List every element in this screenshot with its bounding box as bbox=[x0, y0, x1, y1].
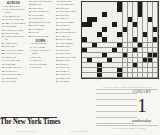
grid-cell[interactable] bbox=[87, 48, 92, 53]
grid-cell[interactable] bbox=[128, 27, 133, 32]
grid-cell[interactable] bbox=[102, 7, 107, 12]
grid-cell[interactable] bbox=[138, 73, 143, 78]
grid-cell[interactable] bbox=[112, 7, 117, 12]
black-cell bbox=[143, 32, 148, 37]
grid-cell[interactable] bbox=[148, 73, 153, 78]
grid-cell[interactable] bbox=[87, 63, 92, 68]
grid-cell[interactable] bbox=[138, 27, 143, 32]
calendar-day-number: 1 bbox=[132, 95, 152, 117]
grid-cell[interactable] bbox=[148, 63, 153, 68]
grid-cell[interactable] bbox=[133, 2, 138, 7]
grid-cell[interactable] bbox=[143, 22, 148, 27]
black-cell bbox=[102, 53, 107, 58]
black-cell bbox=[148, 58, 153, 63]
grid-cell[interactable] bbox=[143, 2, 148, 7]
black-cell bbox=[133, 37, 138, 42]
clue-column-across-1: ACROSS1Sorem ta blues5Tde soths on trehs… bbox=[1, 1, 26, 117]
grid-cell[interactable] bbox=[143, 27, 148, 32]
grid-cell[interactable] bbox=[143, 63, 148, 68]
black-cell bbox=[138, 12, 143, 17]
grid-cell[interactable] bbox=[143, 43, 148, 48]
grid-cell[interactable] bbox=[87, 43, 92, 48]
grid-cell[interactable] bbox=[128, 63, 133, 68]
grid-cell[interactable] bbox=[97, 53, 102, 58]
calendar-weekday: wednesday bbox=[128, 118, 155, 123]
grid-cell[interactable] bbox=[112, 43, 117, 48]
black-cell bbox=[92, 17, 97, 22]
grid-cell[interactable] bbox=[92, 63, 97, 68]
grid-cell[interactable] bbox=[87, 32, 92, 37]
grid-cell[interactable] bbox=[133, 7, 138, 12]
grid-cell[interactable] bbox=[133, 17, 138, 22]
grid-cell[interactable] bbox=[123, 48, 128, 53]
grid-cell[interactable] bbox=[102, 43, 107, 48]
grid-cell[interactable] bbox=[138, 63, 143, 68]
black-cell bbox=[117, 32, 122, 37]
grid-cell[interactable] bbox=[148, 12, 153, 17]
black-cell bbox=[112, 22, 117, 27]
grid-cell[interactable] bbox=[112, 12, 117, 17]
grid-cell[interactable] bbox=[97, 12, 102, 17]
calendar-footer-fineprint: © EHT WEN KROY SEMIT YNAPMOC bbox=[98, 127, 158, 129]
grid-cell[interactable] bbox=[148, 68, 153, 73]
grid-cell[interactable] bbox=[107, 68, 112, 73]
clue-number: 56 bbox=[55, 81, 58, 84]
grid-cell[interactable] bbox=[153, 68, 158, 73]
clue-column-across-down: 44Nsoret laviem ondre46Imlse oth48Baren … bbox=[28, 1, 53, 117]
grid-cell[interactable] bbox=[143, 12, 148, 17]
grid-cell[interactable] bbox=[128, 2, 133, 7]
grid-cell[interactable] bbox=[148, 27, 153, 32]
grid-cell[interactable] bbox=[133, 53, 138, 58]
grid-cell[interactable] bbox=[92, 2, 97, 7]
grid-cell[interactable] bbox=[82, 7, 87, 12]
grid-cell[interactable] bbox=[92, 58, 97, 63]
grid-cell[interactable] bbox=[143, 37, 148, 42]
grid-cell[interactable] bbox=[133, 12, 138, 17]
black-cell bbox=[82, 48, 87, 53]
black-cell bbox=[153, 53, 158, 58]
grid-cell[interactable] bbox=[148, 2, 153, 7]
grid-cell[interactable] bbox=[92, 32, 97, 37]
clue-item: 43Tiles renka bbox=[1, 81, 26, 84]
grid-cell[interactable] bbox=[97, 58, 102, 63]
grid-cell[interactable] bbox=[133, 43, 138, 48]
grid-cell[interactable] bbox=[128, 37, 133, 42]
black-cell bbox=[153, 27, 158, 32]
black-cell bbox=[87, 22, 92, 27]
grid-cell[interactable] bbox=[117, 37, 122, 42]
grid-cell[interactable] bbox=[82, 12, 87, 17]
grid-cell[interactable] bbox=[123, 17, 128, 22]
black-cell bbox=[112, 48, 117, 53]
black-cell bbox=[87, 58, 92, 63]
grid-cell[interactable] bbox=[143, 68, 148, 73]
grid-cell[interactable] bbox=[107, 48, 112, 53]
calendar-ruled-line bbox=[96, 105, 137, 106]
grid-cell[interactable] bbox=[143, 53, 148, 58]
grid-cell[interactable] bbox=[112, 32, 117, 37]
grid-cell[interactable] bbox=[87, 68, 92, 73]
grid-cell[interactable] bbox=[112, 53, 117, 58]
calendar-month: JANUARY bbox=[130, 90, 154, 94]
grid-cell[interactable] bbox=[128, 43, 133, 48]
grid-cell[interactable] bbox=[102, 2, 107, 7]
grid-cell[interactable] bbox=[97, 2, 102, 7]
grid-cell[interactable] bbox=[87, 12, 92, 17]
grid-cell[interactable] bbox=[128, 73, 133, 78]
grid-cell[interactable] bbox=[117, 27, 122, 32]
grid-cell[interactable] bbox=[148, 43, 153, 48]
grid-cell[interactable] bbox=[87, 7, 92, 12]
grid-cell[interactable] bbox=[92, 68, 97, 73]
black-cell bbox=[117, 68, 122, 73]
grid-cell[interactable] bbox=[123, 63, 128, 68]
grid-cell[interactable] bbox=[117, 53, 122, 58]
grid-cell[interactable] bbox=[117, 17, 122, 22]
black-cell bbox=[97, 32, 102, 37]
black-cell bbox=[123, 53, 128, 58]
grid-cell[interactable] bbox=[102, 73, 107, 78]
grid-cell[interactable] bbox=[128, 12, 133, 17]
grid-cell[interactable] bbox=[92, 12, 97, 17]
grid-cell[interactable] bbox=[92, 53, 97, 58]
grid-cell[interactable] bbox=[117, 58, 122, 63]
grid-cell[interactable] bbox=[138, 53, 143, 58]
black-cell bbox=[138, 43, 143, 48]
grid-cell[interactable] bbox=[87, 53, 92, 58]
clue-text: Groth ave nilem bbox=[32, 36, 53, 39]
grid-cell[interactable] bbox=[117, 48, 122, 53]
nyt-logo: The New York Times bbox=[0, 118, 55, 126]
clue-item: 62Groth ave nilem bbox=[28, 36, 53, 39]
grid-cell[interactable] bbox=[153, 48, 158, 53]
clue-number: 43 bbox=[1, 81, 4, 84]
grid-cell[interactable] bbox=[153, 17, 158, 22]
grid-cell[interactable] bbox=[133, 32, 138, 37]
calendar-header-fineprint: TRE WEN KROY SEMIT SSORCWORD ELZZUP bbox=[96, 86, 158, 88]
grid-cell[interactable] bbox=[97, 22, 102, 27]
grid-cell[interactable] bbox=[107, 37, 112, 42]
grid-cell[interactable] bbox=[138, 22, 143, 27]
grid-cell[interactable] bbox=[92, 7, 97, 12]
grid-cell[interactable] bbox=[153, 32, 158, 37]
grid-cell[interactable] bbox=[123, 58, 128, 63]
grid-cell[interactable] bbox=[123, 73, 128, 78]
grid-cell[interactable] bbox=[97, 17, 102, 22]
grid-cell[interactable] bbox=[153, 58, 158, 63]
grid-cell[interactable] bbox=[112, 63, 117, 68]
black-cell bbox=[97, 68, 102, 73]
grid-cell[interactable] bbox=[148, 22, 153, 27]
grid-cell[interactable] bbox=[92, 37, 97, 42]
black-cell bbox=[102, 37, 107, 42]
grid-cell[interactable] bbox=[123, 2, 128, 7]
grid-cell[interactable] bbox=[123, 32, 128, 37]
grid-cell[interactable] bbox=[97, 27, 102, 32]
grid-cell[interactable] bbox=[102, 32, 107, 37]
grid-cell[interactable] bbox=[153, 22, 158, 27]
black-cell bbox=[97, 73, 102, 78]
grid-cell[interactable] bbox=[117, 63, 122, 68]
black-cell bbox=[148, 17, 153, 22]
grid-cell[interactable] bbox=[92, 73, 97, 78]
grid-cell[interactable] bbox=[82, 2, 87, 7]
grid-cell[interactable] bbox=[107, 32, 112, 37]
grid-cell[interactable] bbox=[112, 58, 117, 63]
grid-cell[interactable] bbox=[128, 32, 133, 37]
grid-cell[interactable] bbox=[153, 2, 158, 7]
grid-cell[interactable] bbox=[102, 22, 107, 27]
black-cell bbox=[82, 37, 87, 42]
black-cell bbox=[82, 22, 87, 27]
grid-cell[interactable] bbox=[128, 53, 133, 58]
grid-cell[interactable] bbox=[112, 27, 117, 32]
grid-cell[interactable] bbox=[143, 73, 148, 78]
grid-cell[interactable] bbox=[138, 17, 143, 22]
black-cell bbox=[133, 63, 138, 68]
grid-cell[interactable] bbox=[82, 68, 87, 73]
grid-cell[interactable] bbox=[128, 58, 133, 63]
black-cell bbox=[133, 48, 138, 53]
grid-cell[interactable] bbox=[82, 58, 87, 63]
grid-cell[interactable] bbox=[153, 63, 158, 68]
black-cell bbox=[153, 37, 158, 42]
clue-text: Sorth eln bbox=[32, 67, 53, 70]
grid-cell[interactable] bbox=[123, 22, 128, 27]
page-footer-fineprint: detide yb lliw ztrohs bbox=[50, 130, 108, 132]
black-cell bbox=[123, 27, 128, 32]
grid-cell[interactable] bbox=[123, 12, 128, 17]
grid-cell[interactable] bbox=[87, 73, 92, 78]
grid-cell[interactable] bbox=[117, 12, 122, 17]
grid-cell[interactable] bbox=[143, 48, 148, 53]
black-cell bbox=[117, 43, 122, 48]
grid-cell[interactable] bbox=[112, 73, 117, 78]
grid-cell[interactable] bbox=[107, 63, 112, 68]
grid-cell[interactable] bbox=[123, 7, 128, 12]
grid-cell[interactable] bbox=[133, 27, 138, 32]
under-logo-fineprint: sselnu esiwrehto deton bbox=[4, 130, 48, 132]
grid-cell[interactable] bbox=[92, 27, 97, 32]
grid-cell[interactable] bbox=[107, 73, 112, 78]
grid-cell[interactable] bbox=[102, 17, 107, 22]
grid-cell[interactable] bbox=[123, 68, 128, 73]
calendar-ruled-line bbox=[96, 111, 137, 112]
black-cell bbox=[117, 73, 122, 78]
grid-cell[interactable] bbox=[138, 37, 143, 42]
grid-cell[interactable] bbox=[97, 43, 102, 48]
black-cell bbox=[128, 17, 133, 22]
grid-cell[interactable] bbox=[153, 73, 158, 78]
clue-item: 56Aldi morse bbox=[55, 81, 80, 84]
clue-column-down-2: 8Dasen orlim9Yerta mos ndel10Blein sart1… bbox=[55, 1, 80, 130]
grid-cell[interactable] bbox=[133, 68, 138, 73]
grid-cell[interactable] bbox=[82, 27, 87, 32]
grid-cell[interactable] bbox=[138, 68, 143, 73]
black-cell bbox=[138, 2, 143, 7]
black-cell bbox=[138, 7, 143, 12]
black-cell bbox=[97, 63, 102, 68]
grid-cell[interactable] bbox=[148, 7, 153, 12]
grid-cell[interactable] bbox=[107, 17, 112, 22]
grid-cell[interactable] bbox=[148, 32, 153, 37]
grid-cell[interactable] bbox=[133, 73, 138, 78]
grid-cell[interactable] bbox=[82, 43, 87, 48]
grid-cell[interactable] bbox=[82, 73, 87, 78]
grid-cell[interactable] bbox=[128, 22, 133, 27]
clue-number: 7 bbox=[28, 67, 31, 70]
grid-cell[interactable] bbox=[107, 43, 112, 48]
grid-cell[interactable] bbox=[107, 53, 112, 58]
grid-cell[interactable] bbox=[128, 7, 133, 12]
grid-cell[interactable] bbox=[107, 12, 112, 17]
grid-cell[interactable] bbox=[117, 22, 122, 27]
black-cell bbox=[133, 22, 138, 27]
grid-cell[interactable] bbox=[153, 12, 158, 17]
grid-cell[interactable] bbox=[138, 32, 143, 37]
grid-cell[interactable] bbox=[82, 53, 87, 58]
grid-cell[interactable] bbox=[87, 37, 92, 42]
grid-cell[interactable] bbox=[102, 68, 107, 73]
grid-cell[interactable] bbox=[102, 63, 107, 68]
grid-cell[interactable] bbox=[123, 43, 128, 48]
grid-cell[interactable] bbox=[112, 2, 117, 7]
grid-cell[interactable] bbox=[97, 37, 102, 42]
grid-cell[interactable] bbox=[87, 27, 92, 32]
black-cell bbox=[102, 12, 107, 17]
black-cell bbox=[107, 58, 112, 63]
grid-cell[interactable] bbox=[107, 22, 112, 27]
grid-cell[interactable] bbox=[128, 68, 133, 73]
grid-cell[interactable] bbox=[97, 7, 102, 12]
black-cell bbox=[117, 7, 122, 12]
grid-cell[interactable] bbox=[153, 7, 158, 12]
grid-cell[interactable] bbox=[82, 63, 87, 68]
grid-cell[interactable] bbox=[133, 58, 138, 63]
grid-cell[interactable] bbox=[92, 48, 97, 53]
grid-cell[interactable] bbox=[112, 68, 117, 73]
calendar-page: ACROSS1Sorem ta blues5Tde soths on trehs… bbox=[0, 0, 160, 135]
black-cell bbox=[87, 17, 92, 22]
grid-cell[interactable] bbox=[148, 48, 153, 53]
grid-cell[interactable] bbox=[107, 27, 112, 32]
black-cell bbox=[148, 53, 153, 58]
grid-cell[interactable] bbox=[92, 22, 97, 27]
grid-cell[interactable] bbox=[123, 37, 128, 42]
black-cell bbox=[117, 2, 122, 7]
clue-number: 62 bbox=[28, 36, 31, 39]
grid-cell[interactable] bbox=[153, 43, 158, 48]
grid-cell[interactable] bbox=[107, 2, 112, 7]
clue-text: Tiles renka bbox=[5, 81, 26, 84]
calendar-ruled-line bbox=[96, 99, 137, 100]
clue-item: 7Sorth eln bbox=[28, 67, 53, 70]
black-cell bbox=[102, 27, 107, 32]
black-cell bbox=[143, 58, 148, 63]
grid-cell[interactable] bbox=[112, 17, 117, 22]
grid-cell[interactable] bbox=[87, 2, 92, 7]
grid-cell[interactable] bbox=[97, 48, 102, 53]
grid-cell[interactable] bbox=[143, 7, 148, 12]
grid-cell[interactable] bbox=[102, 58, 107, 63]
clue-text: Aldi morse bbox=[59, 81, 80, 84]
grid-cell[interactable] bbox=[138, 58, 143, 63]
grid-cell[interactable] bbox=[82, 17, 87, 22]
grid-cell[interactable] bbox=[143, 17, 148, 22]
grid-cell[interactable] bbox=[112, 37, 117, 42]
grid-cell[interactable] bbox=[102, 48, 107, 53]
crossword-grid[interactable] bbox=[81, 1, 159, 79]
grid-cell[interactable] bbox=[82, 32, 87, 37]
grid-cell[interactable] bbox=[128, 48, 133, 53]
black-cell bbox=[92, 43, 97, 48]
grid-cell[interactable] bbox=[148, 37, 153, 42]
grid-cell[interactable] bbox=[107, 7, 112, 12]
grid-cell[interactable] bbox=[138, 48, 143, 53]
